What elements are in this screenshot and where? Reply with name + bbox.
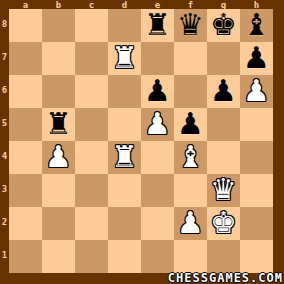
square-b7[interactable] [42, 42, 75, 75]
square-e5[interactable]: ♟ [141, 108, 174, 141]
square-h8[interactable]: ♝ [240, 9, 273, 42]
rank-label-8: 8 [0, 9, 9, 42]
piece-black-rook-e8[interactable]: ♜ [144, 10, 171, 40]
square-c1[interactable] [75, 240, 108, 273]
rank-label-1: 1 [0, 240, 9, 273]
square-e4[interactable] [141, 141, 174, 174]
square-g2[interactable]: ♚ [207, 207, 240, 240]
square-b5[interactable]: ♜ [42, 108, 75, 141]
piece-black-pawn-g6[interactable]: ♟ [210, 76, 237, 106]
square-c5[interactable] [75, 108, 108, 141]
square-d3[interactable] [108, 174, 141, 207]
rank-label-2: 2 [0, 207, 9, 240]
piece-white-pawn-b4[interactable]: ♟ [45, 142, 72, 172]
square-h3[interactable] [240, 174, 273, 207]
square-g8[interactable]: ♚ [207, 9, 240, 42]
square-g4[interactable] [207, 141, 240, 174]
square-a2[interactable] [9, 207, 42, 240]
rank-label-6: 6 [0, 75, 9, 108]
square-f7[interactable] [174, 42, 207, 75]
chess-board: ♜♛♚♝♜♟♟♟♟♜♟♟♟♜♝♛♟♚ [9, 9, 273, 273]
piece-black-pawn-f5[interactable]: ♟ [177, 109, 204, 139]
square-d4[interactable]: ♜ [108, 141, 141, 174]
square-a8[interactable] [9, 9, 42, 42]
square-f8[interactable]: ♛ [174, 9, 207, 42]
square-a3[interactable] [9, 174, 42, 207]
site-watermark: CHESSGAMES.COM [168, 273, 283, 284]
piece-black-king-g8[interactable]: ♚ [210, 10, 237, 40]
piece-black-pawn-e6[interactable]: ♟ [144, 76, 171, 106]
square-g7[interactable] [207, 42, 240, 75]
square-a4[interactable] [9, 141, 42, 174]
square-h1[interactable] [240, 240, 273, 273]
square-h2[interactable] [240, 207, 273, 240]
square-a7[interactable] [9, 42, 42, 75]
square-a1[interactable] [9, 240, 42, 273]
square-e6[interactable]: ♟ [141, 75, 174, 108]
square-h7[interactable]: ♟ [240, 42, 273, 75]
square-d1[interactable] [108, 240, 141, 273]
piece-white-pawn-e5[interactable]: ♟ [144, 109, 171, 139]
piece-white-king-g2[interactable]: ♚ [210, 208, 237, 238]
piece-white-queen-g3[interactable]: ♛ [210, 175, 237, 205]
square-g5[interactable] [207, 108, 240, 141]
piece-white-rook-d7[interactable]: ♜ [111, 43, 138, 73]
file-label-c: c [75, 0, 108, 9]
square-b2[interactable] [42, 207, 75, 240]
square-c3[interactable] [75, 174, 108, 207]
square-f2[interactable]: ♟ [174, 207, 207, 240]
square-b4[interactable]: ♟ [42, 141, 75, 174]
square-e7[interactable] [141, 42, 174, 75]
square-b8[interactable] [42, 9, 75, 42]
square-f4[interactable]: ♝ [174, 141, 207, 174]
file-label-b: b [42, 0, 75, 9]
square-e1[interactable] [141, 240, 174, 273]
rank-label-3: 3 [0, 174, 9, 207]
piece-white-pawn-f2[interactable]: ♟ [177, 208, 204, 238]
file-label-g: g [207, 0, 240, 9]
square-g1[interactable] [207, 240, 240, 273]
chess-diagram: ♜♛♚♝♜♟♟♟♟♜♟♟♟♜♝♛♟♚ abcdefgh 87654321 CHE… [0, 0, 284, 284]
square-c6[interactable] [75, 75, 108, 108]
rank-label-7: 7 [0, 42, 9, 75]
square-b3[interactable] [42, 174, 75, 207]
square-f1[interactable] [174, 240, 207, 273]
piece-white-rook-d4[interactable]: ♜ [111, 142, 138, 172]
file-label-h: h [240, 0, 273, 9]
file-label-f: f [174, 0, 207, 9]
square-d2[interactable] [108, 207, 141, 240]
square-c4[interactable] [75, 141, 108, 174]
square-d7[interactable]: ♜ [108, 42, 141, 75]
square-e3[interactable] [141, 174, 174, 207]
square-e2[interactable] [141, 207, 174, 240]
square-c7[interactable] [75, 42, 108, 75]
file-label-d: d [108, 0, 141, 9]
square-h6[interactable]: ♟ [240, 75, 273, 108]
piece-black-rook-b5[interactable]: ♜ [45, 109, 72, 139]
square-d5[interactable] [108, 108, 141, 141]
square-b6[interactable] [42, 75, 75, 108]
piece-white-bishop-f4[interactable]: ♝ [177, 142, 204, 172]
square-g6[interactable]: ♟ [207, 75, 240, 108]
square-f3[interactable] [174, 174, 207, 207]
square-f5[interactable]: ♟ [174, 108, 207, 141]
square-g3[interactable]: ♛ [207, 174, 240, 207]
square-a5[interactable] [9, 108, 42, 141]
square-d6[interactable] [108, 75, 141, 108]
square-b1[interactable] [42, 240, 75, 273]
piece-white-pawn-h6[interactable]: ♟ [243, 76, 270, 106]
square-h4[interactable] [240, 141, 273, 174]
rank-label-4: 4 [0, 141, 9, 174]
square-e8[interactable]: ♜ [141, 9, 174, 42]
file-label-a: a [9, 0, 42, 9]
square-c2[interactable] [75, 207, 108, 240]
file-label-e: e [141, 0, 174, 9]
piece-black-pawn-h7[interactable]: ♟ [243, 43, 270, 73]
square-d8[interactable] [108, 9, 141, 42]
square-h5[interactable] [240, 108, 273, 141]
rank-label-5: 5 [0, 108, 9, 141]
piece-black-bishop-h8[interactable]: ♝ [243, 10, 270, 40]
square-c8[interactable] [75, 9, 108, 42]
square-a6[interactable] [9, 75, 42, 108]
piece-black-queen-f8[interactable]: ♛ [177, 10, 204, 40]
square-f6[interactable] [174, 75, 207, 108]
